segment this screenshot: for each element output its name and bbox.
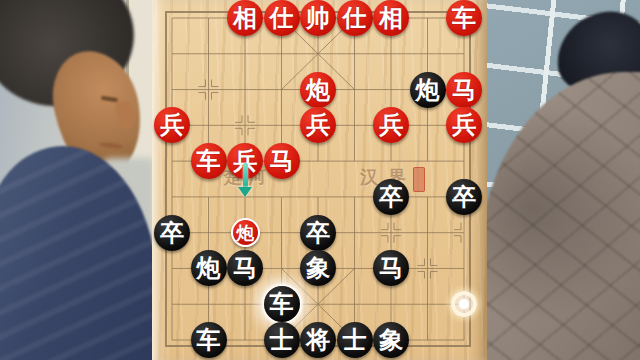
piece-red-帅-2[interactable]: 帅 (300, 0, 336, 36)
right-player-jacket (487, 72, 640, 360)
piece-black-车-26[interactable]: 车 (191, 322, 227, 358)
piece-black-炮-7[interactable]: 炮 (410, 72, 446, 108)
screenshot-root: 楚河 汉界 相仕帅仕相车炮炮马兵兵兵兵车兵马卒卒卒炮卒炮马象马车车士将士象 (0, 0, 640, 360)
piece-black-卒-20[interactable]: 卒 (300, 215, 336, 251)
piece-red-马-15[interactable]: 马 (264, 143, 300, 179)
piece-black-士-27[interactable]: 士 (264, 322, 300, 358)
left-player-photo (0, 0, 152, 360)
piece-black-卒-16[interactable]: 卒 (373, 179, 409, 215)
piece-black-车-25[interactable]: 车 (264, 286, 300, 322)
xiangqi-board[interactable]: 楚河 汉界 相仕帅仕相车炮炮马兵兵兵兵车兵马卒卒卒炮卒炮马象马车车士将士象 (152, 0, 487, 360)
piece-red-相-0[interactable]: 相 (227, 0, 263, 36)
piece-black-卒-17[interactable]: 卒 (446, 179, 482, 215)
piece-red-相-4[interactable]: 相 (373, 0, 409, 36)
piece-red-车-13[interactable]: 车 (191, 143, 227, 179)
right-player-photo (487, 0, 640, 360)
piece-red-炮-19[interactable]: 炮 (231, 218, 260, 247)
board-grid (152, 0, 487, 360)
piece-red-仕-1[interactable]: 仕 (264, 0, 300, 36)
river-seal-stamp (413, 167, 425, 192)
piece-black-象-30[interactable]: 象 (373, 322, 409, 358)
piece-black-卒-18[interactable]: 卒 (154, 215, 190, 251)
piece-red-马-8[interactable]: 马 (446, 72, 482, 108)
piece-red-炮-6[interactable]: 炮 (300, 72, 336, 108)
piece-red-车-5[interactable]: 车 (446, 0, 482, 36)
piece-black-将-28[interactable]: 将 (300, 322, 336, 358)
piece-red-仕-3[interactable]: 仕 (337, 0, 373, 36)
piece-black-炮-21[interactable]: 炮 (191, 250, 227, 286)
piece-black-士-29[interactable]: 士 (337, 322, 373, 358)
